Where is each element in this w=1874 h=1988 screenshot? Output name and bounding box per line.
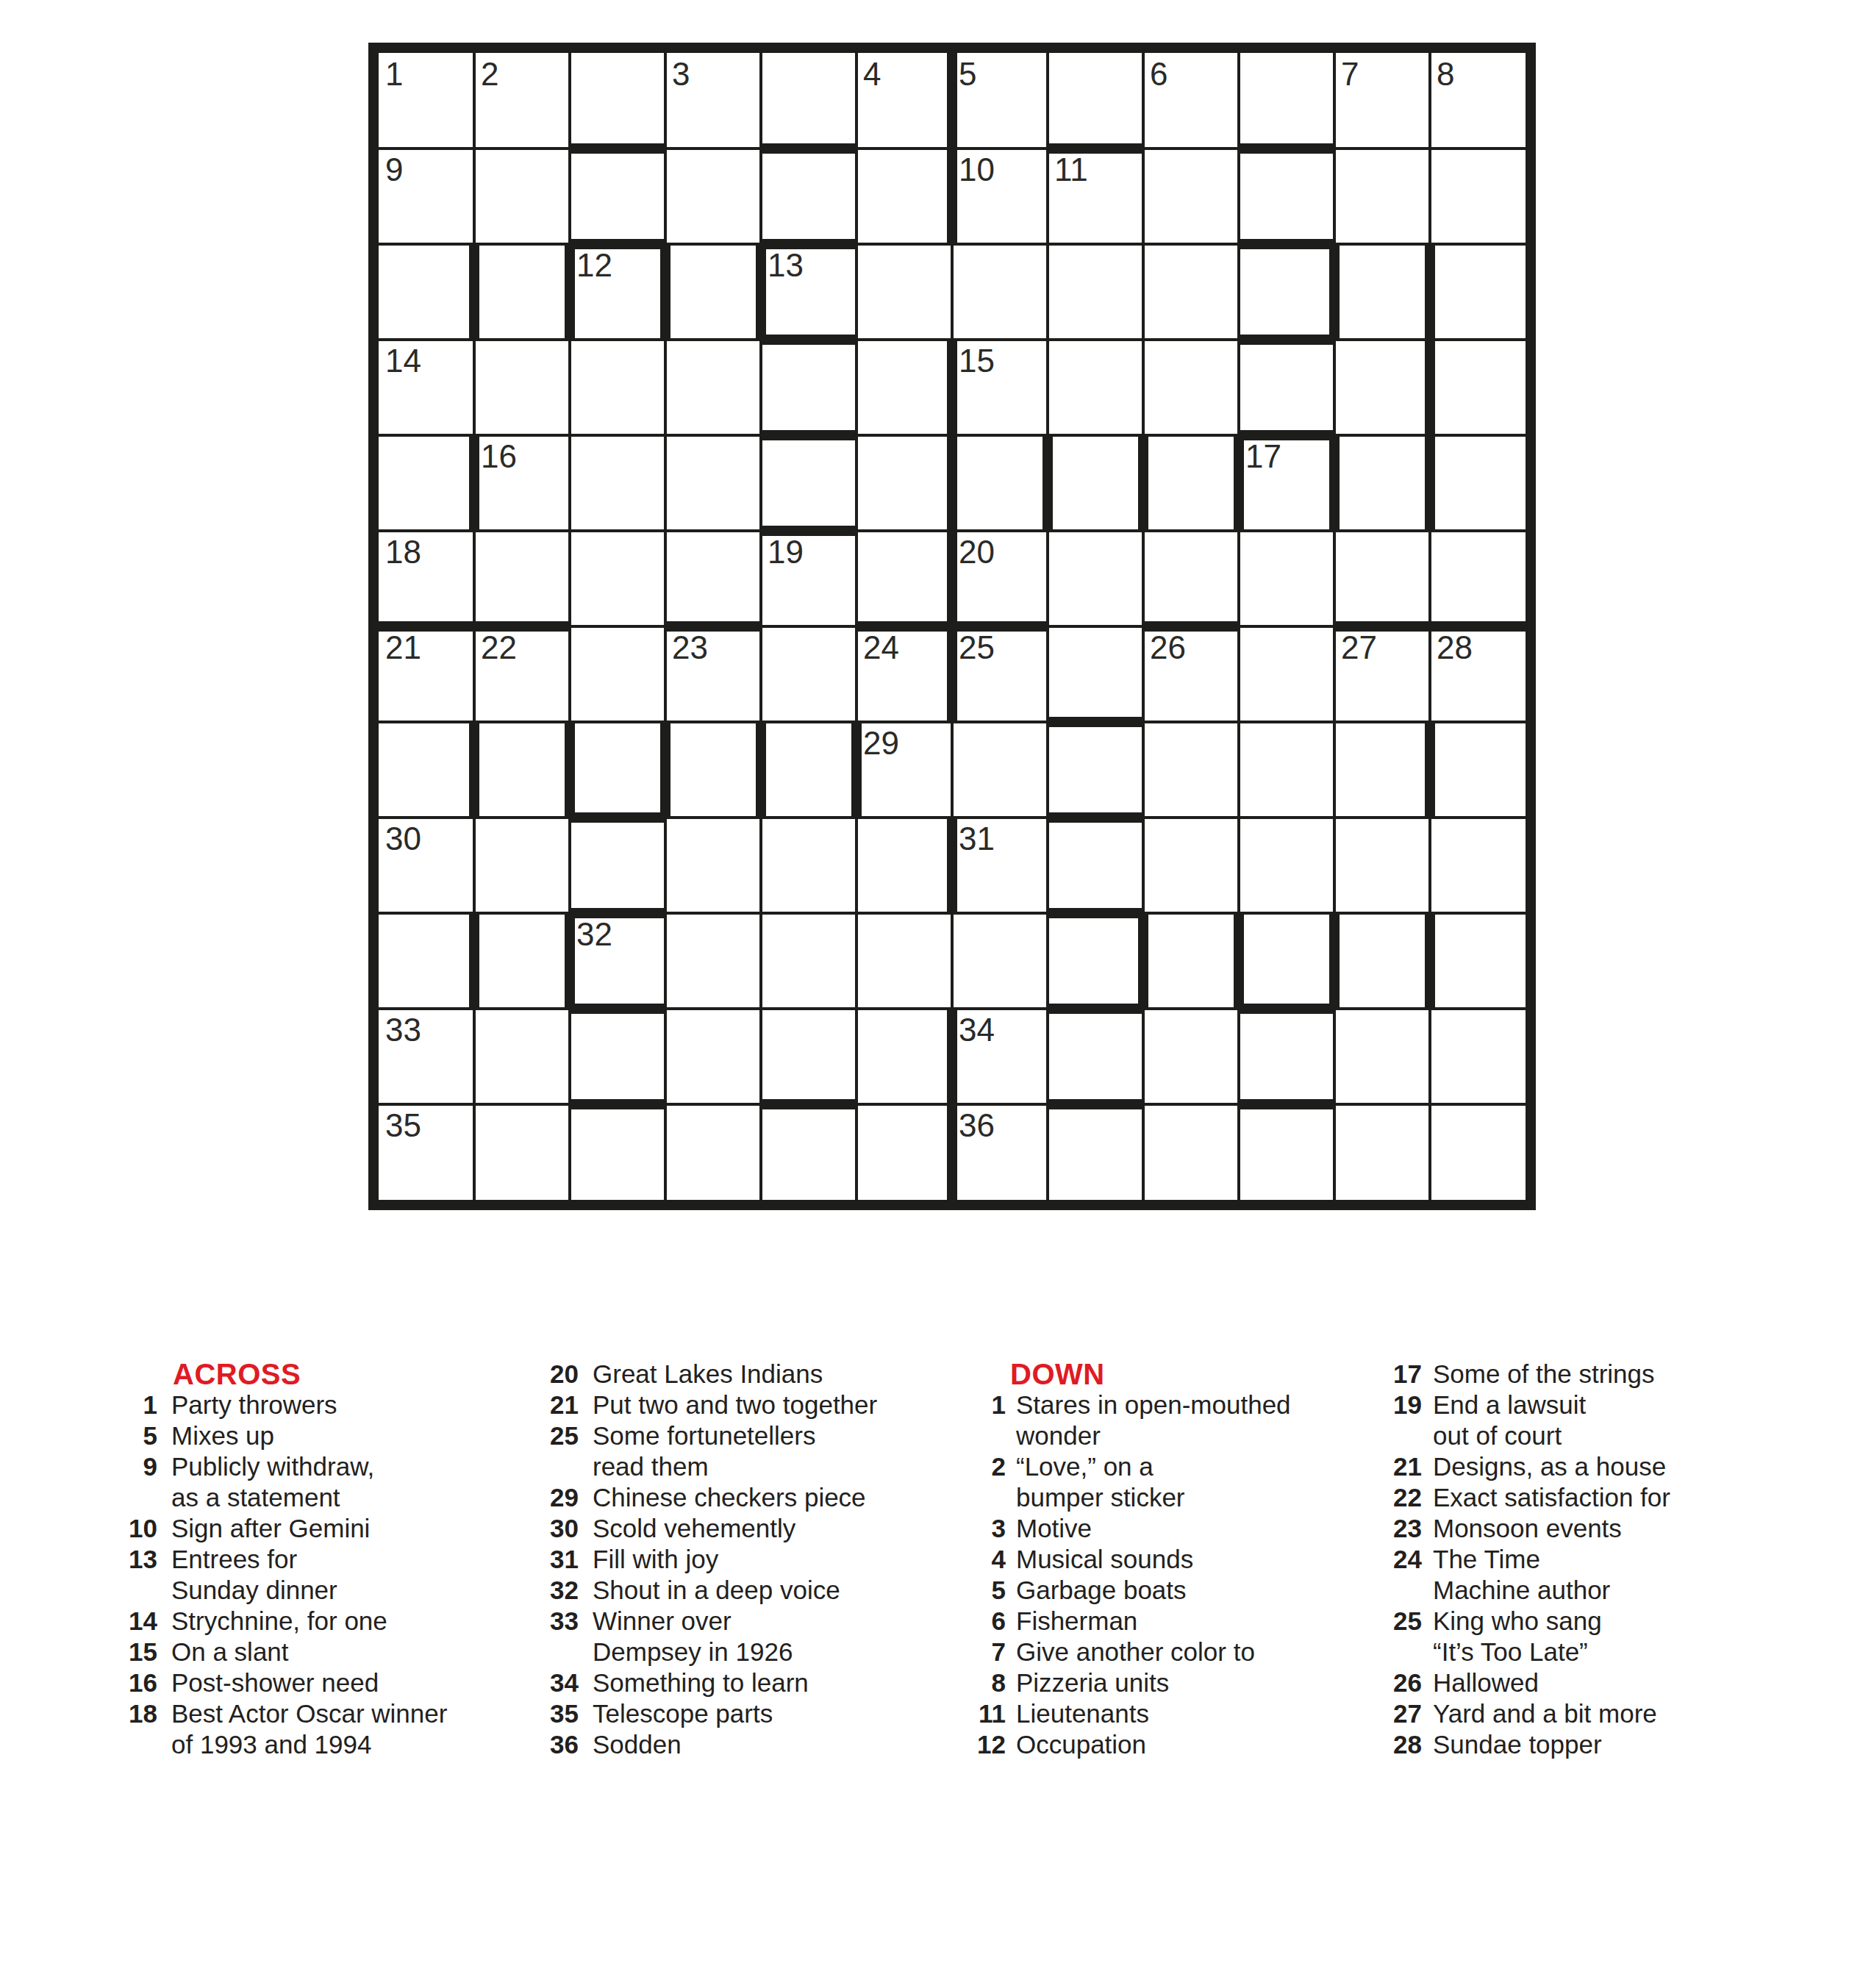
- grid-number-2: 2: [481, 56, 498, 93]
- cell-r8-c6[interactable]: 29: [856, 722, 952, 818]
- cell-r9-c10[interactable]: [1239, 818, 1334, 913]
- entry-bar-vertical: [756, 721, 766, 819]
- cell-r3-c12[interactable]: [1430, 244, 1526, 340]
- entry-bar-horizontal: [1046, 812, 1145, 823]
- cell-r10-c6[interactable]: [856, 913, 952, 1009]
- cell-r1-c1[interactable]: 1: [379, 53, 474, 149]
- cell-r5-c10[interactable]: 17: [1239, 435, 1334, 531]
- cell-r7-c2[interactable]: 22: [474, 626, 570, 722]
- entry-bar-horizontal: [759, 239, 858, 249]
- cell-r6-c6[interactable]: [856, 531, 952, 626]
- grid-number-31: 31: [959, 820, 995, 858]
- clue-continuation: Machine author: [1353, 1575, 1670, 1606]
- clue-number: 4: [935, 1544, 1006, 1575]
- cell-r7-c1[interactable]: 21: [379, 626, 474, 722]
- grid-number-8: 8: [1437, 56, 1454, 93]
- clue-down-clues-1-5: 5Garbage boats: [935, 1575, 1291, 1606]
- cell-r4-c4[interactable]: [665, 340, 761, 435]
- entry-bar-horizontal: [1046, 908, 1145, 918]
- clue-number: 12: [935, 1729, 1006, 1760]
- cell-r6-c5[interactable]: 19: [761, 531, 856, 626]
- cell-r12-c1[interactable]: 35: [379, 1104, 474, 1200]
- clue-down-clues-1-8: 8Pizzeria units: [935, 1667, 1291, 1698]
- clue-number: 21: [1353, 1451, 1422, 1482]
- clue-text: Sodden: [593, 1729, 682, 1760]
- cell-r12-c4[interactable]: [665, 1104, 761, 1200]
- cell-r1-c11[interactable]: 7: [1334, 53, 1430, 149]
- down-clues-1: DOWN1Stares in open-mouthedwonder2“Love,…: [935, 1359, 1291, 1760]
- clue-down-clues-1-7: 7Give another color to: [935, 1637, 1291, 1667]
- cell-r4-c8[interactable]: [1048, 340, 1143, 435]
- cell-r9-c6[interactable]: [856, 818, 952, 913]
- cell-r7-c9[interactable]: 26: [1143, 626, 1239, 722]
- clue-number: 1: [103, 1390, 157, 1420]
- grid-number-12: 12: [576, 247, 612, 285]
- clue-down-clues-2-22: 22Exact satisfaction for: [1353, 1482, 1670, 1513]
- cell-r9-c8[interactable]: [1048, 818, 1143, 913]
- cell-r9-c5[interactable]: [761, 818, 856, 913]
- clue-number: 9: [103, 1451, 157, 1482]
- clue-continuation: Dempsey in 1926: [507, 1637, 877, 1667]
- cell-r3-c10[interactable]: [1239, 244, 1334, 340]
- grid-number-26: 26: [1150, 629, 1186, 667]
- cell-r8-c9[interactable]: [1143, 722, 1239, 818]
- grid-number-32: 32: [576, 916, 612, 954]
- clue-number: 5: [935, 1575, 1006, 1606]
- clue-continuation: wonder: [935, 1420, 1291, 1451]
- cell-r5-c9[interactable]: [1143, 435, 1239, 531]
- cell-r12-c8[interactable]: [1048, 1104, 1143, 1200]
- clue-text: Hallowed: [1433, 1667, 1539, 1698]
- clue-text: End a lawsuit: [1433, 1390, 1586, 1420]
- entry-bar-horizontal: [568, 908, 667, 918]
- cell-r4-c3[interactable]: [570, 340, 665, 435]
- grid-number-24: 24: [863, 629, 899, 667]
- clue-number: 29: [507, 1482, 579, 1513]
- grid-number-11: 11: [1054, 151, 1088, 189]
- cell-r2-c5[interactable]: [761, 149, 856, 244]
- grid-number-30: 30: [385, 820, 421, 858]
- cell-r1-c2[interactable]: 2: [474, 53, 570, 149]
- cell-r9-c12[interactable]: [1430, 818, 1526, 913]
- entry-bar-horizontal: [1142, 621, 1240, 632]
- clue-number: 25: [1353, 1606, 1422, 1637]
- cell-r10-c4[interactable]: [665, 913, 761, 1009]
- entry-bar-horizontal: [759, 143, 858, 154]
- cell-r4-c9[interactable]: [1143, 340, 1239, 435]
- clue-text: Fill with joy: [593, 1544, 718, 1575]
- clue-number: 3: [935, 1513, 1006, 1544]
- cell-r1-c12[interactable]: 8: [1430, 53, 1526, 149]
- cell-r7-c10[interactable]: [1239, 626, 1334, 722]
- page: 1234567891011121314151617181920212223242…: [0, 0, 1874, 1988]
- clue-text: “Love,” on a: [1016, 1451, 1154, 1482]
- clue-text: Winner over: [593, 1606, 732, 1637]
- cell-r2-c1[interactable]: 9: [379, 149, 474, 244]
- cell-r7-c5[interactable]: [761, 626, 856, 722]
- cell-r10-c3[interactable]: 32: [570, 913, 665, 1009]
- cell-r11-c12[interactable]: [1430, 1009, 1526, 1104]
- clue-continuation: read them: [507, 1451, 877, 1482]
- cell-r1-c5[interactable]: [761, 53, 856, 149]
- cell-r11-c3[interactable]: [570, 1009, 665, 1104]
- cell-r6-c9[interactable]: [1143, 531, 1239, 626]
- cell-r8-c4[interactable]: [665, 722, 761, 818]
- clue-number: 1: [935, 1390, 1006, 1420]
- cell-r11-c1[interactable]: 33: [379, 1009, 474, 1104]
- cell-r9-c3[interactable]: [570, 818, 665, 913]
- cell-r11-c11[interactable]: [1334, 1009, 1430, 1104]
- cell-r3-c9[interactable]: [1143, 244, 1239, 340]
- clue-number: 17: [1353, 1359, 1422, 1390]
- clue-number: 7: [935, 1637, 1006, 1667]
- clue-number: 14: [103, 1606, 157, 1637]
- clue-text: Strychnine, for one: [171, 1606, 387, 1637]
- cell-r4-c12[interactable]: [1430, 340, 1526, 435]
- cell-r7-c7[interactable]: 25: [952, 626, 1048, 722]
- clue-number: 26: [1353, 1667, 1422, 1698]
- clue-text: Post-shower need: [171, 1667, 379, 1698]
- entry-bar-horizontal: [568, 239, 667, 249]
- cell-r6-c7[interactable]: 20: [952, 531, 1048, 626]
- cell-r7-c4[interactable]: 23: [665, 626, 761, 722]
- clue-across-clues-2-25: 25Some fortunetellers: [507, 1420, 877, 1451]
- clue-down-clues-2-17: 17Some of the strings: [1353, 1359, 1670, 1390]
- cell-r2-c8[interactable]: 11: [1048, 149, 1143, 244]
- cell-r6-c8[interactable]: [1048, 531, 1143, 626]
- clue-text: Put two and two together: [593, 1390, 877, 1420]
- cell-r10-c5[interactable]: [761, 913, 856, 1009]
- cell-r10-c1[interactable]: [379, 913, 474, 1009]
- clue-text: Give another color to: [1016, 1637, 1255, 1667]
- grid-number-36: 36: [959, 1107, 995, 1145]
- cell-r3-c3[interactable]: 12: [570, 244, 665, 340]
- entry-bar-vertical: [469, 434, 479, 532]
- clue-across-clues-1-9: 9Publicly withdraw,: [103, 1451, 447, 1482]
- clue-text: Garbage boats: [1016, 1575, 1187, 1606]
- cell-r9-c4[interactable]: [665, 818, 761, 913]
- cell-r4-c2[interactable]: [474, 340, 570, 435]
- entry-bar-horizontal: [759, 1099, 858, 1109]
- entry-bar-vertical: [947, 434, 957, 532]
- cell-r7-c8[interactable]: [1048, 626, 1143, 722]
- cell-r10-c10[interactable]: [1239, 913, 1334, 1009]
- cell-r5-c11[interactable]: [1334, 435, 1430, 531]
- grid-number-7: 7: [1341, 56, 1359, 93]
- cell-r6-c4[interactable]: [665, 531, 761, 626]
- cell-r1-c10[interactable]: [1239, 53, 1334, 149]
- grid-number-34: 34: [959, 1012, 995, 1049]
- cell-r12-c7[interactable]: 36: [952, 1104, 1048, 1200]
- entry-bar-horizontal: [568, 812, 667, 823]
- cell-r4-c11[interactable]: [1334, 340, 1430, 435]
- cell-r5-c12[interactable]: [1430, 435, 1526, 531]
- entry-bar-vertical: [1138, 912, 1148, 1010]
- clue-text: Exact satisfaction for: [1433, 1482, 1670, 1513]
- cell-r1-c9[interactable]: 6: [1143, 53, 1239, 149]
- clue-down-clues-2-23: 23Monsoon events: [1353, 1513, 1670, 1544]
- clue-number: 24: [1353, 1544, 1422, 1575]
- clue-text: bumper sticker: [1016, 1482, 1185, 1513]
- cell-r9-c7[interactable]: 31: [952, 818, 1048, 913]
- cell-r12-c2[interactable]: [474, 1104, 570, 1200]
- cell-r11-c2[interactable]: [474, 1009, 570, 1104]
- grid-number-1: 1: [385, 56, 403, 93]
- entry-bar-horizontal: [1237, 143, 1336, 154]
- clue-text: King who sang: [1433, 1606, 1602, 1637]
- cell-r8-c2[interactable]: [474, 722, 570, 818]
- grid-number-27: 27: [1341, 629, 1377, 667]
- cell-r2-c2[interactable]: [474, 149, 570, 244]
- cell-r1-c6[interactable]: 4: [856, 53, 952, 149]
- clue-down-clues-1-3: 3Motive: [935, 1513, 1291, 1544]
- clue-across-clues-1-5: 5Mixes up: [103, 1420, 447, 1451]
- cell-r10-c8[interactable]: [1048, 913, 1143, 1009]
- entry-bar-horizontal: [759, 526, 858, 536]
- cell-r11-c6[interactable]: [856, 1009, 952, 1104]
- cell-r11-c5[interactable]: [761, 1009, 856, 1104]
- cell-r9-c1[interactable]: 30: [379, 818, 474, 913]
- cell-r5-c5[interactable]: [761, 435, 856, 531]
- cell-r7-c3[interactable]: [570, 626, 665, 722]
- cell-r6-c3[interactable]: [570, 531, 665, 626]
- clue-across-clues-2-21: 21Put two and two together: [507, 1390, 877, 1420]
- cell-r5-c6[interactable]: [856, 435, 952, 531]
- grid-number-25: 25: [959, 629, 995, 667]
- clue-text: Yard and a bit more: [1433, 1698, 1657, 1729]
- cell-r8-c3[interactable]: [570, 722, 665, 818]
- entry-bar-horizontal: [1428, 621, 1526, 632]
- clue-number: 11: [935, 1698, 1006, 1729]
- clue-number: 15: [103, 1637, 157, 1667]
- clue-text: Designs, as a house: [1433, 1451, 1666, 1482]
- cell-r7-c6[interactable]: 24: [856, 626, 952, 722]
- clue-text: Mixes up: [171, 1420, 274, 1451]
- clue-continuation: of 1993 and 1994: [103, 1729, 447, 1760]
- clue-number: 18: [103, 1698, 157, 1729]
- cell-r8-c1[interactable]: [379, 722, 474, 818]
- entry-bar-horizontal: [1046, 1004, 1145, 1014]
- cell-r5-c2[interactable]: 16: [474, 435, 570, 531]
- clue-text: Some of the strings: [1433, 1359, 1655, 1390]
- cell-r4-c10[interactable]: [1239, 340, 1334, 435]
- clue-text: Chinese checkers piece: [593, 1482, 866, 1513]
- entry-bar-horizontal: [568, 1099, 667, 1109]
- entry-bar-horizontal: [759, 335, 858, 345]
- entry-bar-vertical: [1138, 434, 1148, 532]
- cell-r4-c1[interactable]: 14: [379, 340, 474, 435]
- clue-text: wonder: [1016, 1420, 1101, 1451]
- cell-r1-c4[interactable]: 3: [665, 53, 761, 149]
- cell-r5-c4[interactable]: [665, 435, 761, 531]
- across-clues-1: ACROSS1Party throwers5Mixes up9Publicly …: [103, 1359, 447, 1760]
- cell-r3-c6[interactable]: [856, 244, 952, 340]
- entry-bar-horizontal: [759, 430, 858, 440]
- cell-r6-c10[interactable]: [1239, 531, 1334, 626]
- cell-r6-c12[interactable]: [1430, 531, 1526, 626]
- cell-r6-c2[interactable]: [474, 531, 570, 626]
- clue-down-clues-1-6: 6Fisherman: [935, 1606, 1291, 1637]
- cell-r8-c7[interactable]: [952, 722, 1048, 818]
- cell-r5-c3[interactable]: [570, 435, 665, 531]
- entry-bar-vertical: [469, 912, 479, 1010]
- cell-r8-c10[interactable]: [1239, 722, 1334, 818]
- across-clues-2: 20Great Lakes Indians21Put two and two t…: [507, 1359, 877, 1760]
- entry-bar-horizontal: [951, 621, 1049, 632]
- grid-number-9: 9: [385, 151, 403, 189]
- clue-across-clues-2-33: 33Winner over: [507, 1606, 877, 1637]
- entry-bar-vertical: [1329, 243, 1340, 341]
- entry-bar-vertical: [947, 529, 957, 628]
- cell-r4-c5[interactable]: [761, 340, 856, 435]
- clue-continuation: “It’s Too Late”: [1353, 1637, 1670, 1667]
- clue-number: 28: [1353, 1729, 1422, 1760]
- clue-number: 30: [507, 1513, 579, 1544]
- entry-bar-vertical: [1042, 434, 1053, 532]
- cell-r2-c3[interactable]: [570, 149, 665, 244]
- cell-r2-c12[interactable]: [1430, 149, 1526, 244]
- cell-r10-c11[interactable]: [1334, 913, 1430, 1009]
- cell-r9-c9[interactable]: [1143, 818, 1239, 913]
- clue-text: Lieutenants: [1016, 1698, 1149, 1729]
- grid-number-4: 4: [863, 56, 881, 93]
- clue-number: 8: [935, 1667, 1006, 1698]
- cell-r8-c12[interactable]: [1430, 722, 1526, 818]
- cell-r7-c12[interactable]: 28: [1430, 626, 1526, 722]
- cell-r2-c6[interactable]: [856, 149, 952, 244]
- clue-number: 21: [507, 1390, 579, 1420]
- entry-bar-vertical: [1425, 434, 1435, 532]
- cell-r3-c1[interactable]: [379, 244, 474, 340]
- cell-r2-c10[interactable]: [1239, 149, 1334, 244]
- clue-down-clues-2-27: 27Yard and a bit more: [1353, 1698, 1670, 1729]
- clue-text: of 1993 and 1994: [171, 1729, 371, 1760]
- cell-r11-c7[interactable]: 34: [952, 1009, 1048, 1104]
- entry-bar-horizontal: [1046, 1099, 1145, 1109]
- cell-r1-c7[interactable]: 5: [952, 53, 1048, 149]
- clue-text: Musical sounds: [1016, 1544, 1193, 1575]
- cell-r4-c6[interactable]: [856, 340, 952, 435]
- clue-text: Best Actor Oscar winner: [171, 1698, 447, 1729]
- clue-text: Party throwers: [171, 1390, 337, 1420]
- entry-bar-vertical: [947, 816, 957, 915]
- entry-bar-vertical: [1329, 434, 1340, 532]
- clue-text: Dempsey in 1926: [593, 1637, 793, 1667]
- cell-r2-c4[interactable]: [665, 149, 761, 244]
- entry-bar-horizontal: [473, 621, 571, 632]
- clue-across-clues-1-15: 15On a slant: [103, 1637, 447, 1667]
- cell-r3-c2[interactable]: [474, 244, 570, 340]
- cell-r10-c9[interactable]: [1143, 913, 1239, 1009]
- entry-bar-vertical: [947, 53, 957, 150]
- clue-down-clues-1-12: 12Occupation: [935, 1729, 1291, 1760]
- clue-text: Scold vehemently: [593, 1513, 795, 1544]
- cell-r11-c4[interactable]: [665, 1009, 761, 1104]
- cell-r8-c8[interactable]: [1048, 722, 1143, 818]
- clue-text: Motive: [1016, 1513, 1092, 1544]
- entry-bar-vertical: [851, 721, 862, 819]
- cell-r11-c9[interactable]: [1143, 1009, 1239, 1104]
- cell-r8-c11[interactable]: [1334, 722, 1430, 818]
- cell-r3-c4[interactable]: [665, 244, 761, 340]
- cell-r11-c10[interactable]: [1239, 1009, 1334, 1104]
- grid-number-19: 19: [768, 534, 804, 571]
- clue-number: 27: [1353, 1698, 1422, 1729]
- cell-r9-c2[interactable]: [474, 818, 570, 913]
- clue-across-clues-1-1: 1Party throwers: [103, 1390, 447, 1420]
- clue-continuation: as a statement: [103, 1482, 447, 1513]
- cell-r12-c9[interactable]: [1143, 1104, 1239, 1200]
- cell-r1-c3[interactable]: [570, 53, 665, 149]
- clue-text: Stares in open-mouthed: [1016, 1390, 1291, 1420]
- entry-bar-vertical: [565, 721, 575, 819]
- clue-across-clues-1-10: 10Sign after Gemini: [103, 1513, 447, 1544]
- cell-r3-c7[interactable]: [952, 244, 1048, 340]
- cell-r12-c11[interactable]: [1334, 1104, 1430, 1200]
- grid-number-35: 35: [385, 1107, 421, 1145]
- clue-number: 10: [103, 1513, 157, 1544]
- cell-r12-c10[interactable]: [1239, 1104, 1334, 1200]
- cell-r6-c11[interactable]: [1334, 531, 1430, 626]
- clue-across-clues-2-20: 20Great Lakes Indians: [507, 1359, 877, 1390]
- cell-r1-c8[interactable]: [1048, 53, 1143, 149]
- cell-r4-c7[interactable]: 15: [952, 340, 1048, 435]
- cell-r3-c8[interactable]: [1048, 244, 1143, 340]
- cell-r3-c5[interactable]: 13: [761, 244, 856, 340]
- clue-number: 22: [1353, 1482, 1422, 1513]
- cell-r5-c7[interactable]: [952, 435, 1048, 531]
- clue-number: 16: [103, 1667, 157, 1698]
- cell-r10-c7[interactable]: [952, 913, 1048, 1009]
- down-clues-2: 17Some of the strings19End a lawsuitout …: [1353, 1359, 1670, 1760]
- clue-text: out of court: [1433, 1420, 1562, 1451]
- entry-bar-vertical: [1425, 243, 1435, 341]
- cell-r9-c11[interactable]: [1334, 818, 1430, 913]
- cell-r12-c3[interactable]: [570, 1104, 665, 1200]
- clue-number: 20: [507, 1359, 579, 1390]
- cell-r2-c9[interactable]: [1143, 149, 1239, 244]
- clue-across-clues-2-31: 31Fill with joy: [507, 1544, 877, 1575]
- entry-bar-horizontal: [1046, 143, 1145, 154]
- entry-bar-vertical: [1234, 434, 1244, 532]
- entry-bar-horizontal: [568, 143, 667, 154]
- cell-r12-c6[interactable]: [856, 1104, 952, 1200]
- clue-across-clues-1-13: 13Entrees for: [103, 1544, 447, 1575]
- cell-r5-c1[interactable]: [379, 435, 474, 531]
- cell-r11-c8[interactable]: [1048, 1009, 1143, 1104]
- clue-number: 35: [507, 1698, 579, 1729]
- cell-r7-c11[interactable]: 27: [1334, 626, 1430, 722]
- cell-r12-c12[interactable]: [1430, 1104, 1526, 1200]
- cell-r10-c2[interactable]: [474, 913, 570, 1009]
- cell-r2-c11[interactable]: [1334, 149, 1430, 244]
- clue-down-clues-2-24: 24The Time: [1353, 1544, 1670, 1575]
- entry-bar-vertical: [1329, 912, 1340, 1010]
- clue-down-clues-2-25: 25King who sang: [1353, 1606, 1670, 1637]
- cell-r10-c12[interactable]: [1430, 913, 1526, 1009]
- cell-r12-c5[interactable]: [761, 1104, 856, 1200]
- cell-r2-c7[interactable]: 10: [952, 149, 1048, 244]
- cell-r5-c8[interactable]: [1048, 435, 1143, 531]
- clue-number: 31: [507, 1544, 579, 1575]
- entry-bar-vertical: [1234, 912, 1244, 1010]
- entry-bar-horizontal: [1237, 1004, 1336, 1014]
- cell-r6-c1[interactable]: 18: [379, 531, 474, 626]
- cell-r3-c11[interactable]: [1334, 244, 1430, 340]
- entry-bar-vertical: [756, 243, 766, 341]
- entry-bar-vertical: [565, 912, 575, 1010]
- cell-r8-c5[interactable]: [761, 722, 856, 818]
